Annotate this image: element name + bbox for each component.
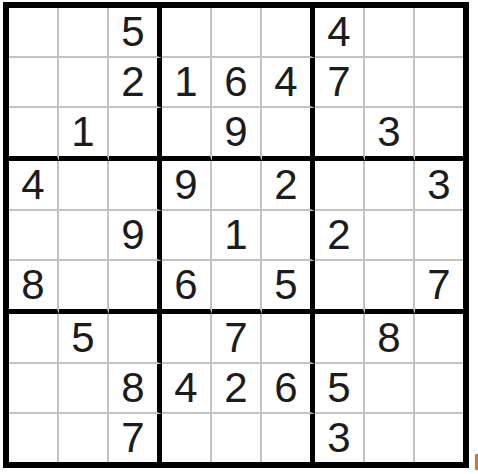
cell-r8c6[interactable]: 6 xyxy=(262,364,315,414)
cell-r5c2[interactable] xyxy=(59,211,109,261)
cell-r2c1[interactable] xyxy=(9,58,59,108)
cell-r2c5[interactable]: 6 xyxy=(212,58,262,108)
cell-r1c6[interactable] xyxy=(262,8,315,58)
cell-r1c5[interactable] xyxy=(212,8,262,58)
cell-r9c4[interactable] xyxy=(162,414,212,462)
cell-r8c3[interactable]: 8 xyxy=(109,364,162,414)
cell-r4c6[interactable]: 2 xyxy=(262,161,315,211)
cell-r8c7[interactable]: 5 xyxy=(315,364,365,414)
cell-r9c9[interactable] xyxy=(415,414,463,462)
cell-r2c8[interactable] xyxy=(365,58,415,108)
cell-r1c9[interactable] xyxy=(415,8,463,58)
cell-r9c6[interactable] xyxy=(262,414,315,462)
cell-r5c9[interactable] xyxy=(415,211,463,261)
cell-r5c7[interactable]: 2 xyxy=(315,211,365,261)
cell-r3c8[interactable]: 3 xyxy=(365,108,415,161)
cell-r7c6[interactable] xyxy=(262,314,315,364)
cell-r2c2[interactable] xyxy=(59,58,109,108)
cell-r4c7[interactable] xyxy=(315,161,365,211)
cell-r7c8[interactable]: 8 xyxy=(365,314,415,364)
cell-r7c9[interactable] xyxy=(415,314,463,364)
cell-r9c1[interactable] xyxy=(9,414,59,462)
cell-r4c3[interactable] xyxy=(109,161,162,211)
cell-r5c5[interactable]: 1 xyxy=(212,211,262,261)
cell-r7c5[interactable]: 7 xyxy=(212,314,262,364)
cell-r6c3[interactable] xyxy=(109,261,162,314)
cell-r7c2[interactable]: 5 xyxy=(59,314,109,364)
cell-r5c8[interactable] xyxy=(365,211,415,261)
cell-r1c8[interactable] xyxy=(365,8,415,58)
cell-r9c7[interactable]: 3 xyxy=(315,414,365,462)
cell-r9c5[interactable] xyxy=(212,414,262,462)
cell-r3c9[interactable] xyxy=(415,108,463,161)
cell-r2c9[interactable] xyxy=(415,58,463,108)
cell-r3c3[interactable] xyxy=(109,108,162,161)
cell-r2c3[interactable]: 2 xyxy=(109,58,162,108)
cell-r3c1[interactable] xyxy=(9,108,59,161)
cell-r4c5[interactable] xyxy=(212,161,262,211)
cell-r1c7[interactable]: 4 xyxy=(315,8,365,58)
cell-r6c5[interactable] xyxy=(212,261,262,314)
cell-r6c8[interactable] xyxy=(365,261,415,314)
cell-r7c1[interactable] xyxy=(9,314,59,364)
cell-r2c7[interactable]: 7 xyxy=(315,58,365,108)
cell-r4c8[interactable] xyxy=(365,161,415,211)
cell-r8c1[interactable] xyxy=(9,364,59,414)
cell-r8c4[interactable]: 4 xyxy=(162,364,212,414)
cell-r7c7[interactable] xyxy=(315,314,365,364)
cell-r4c1[interactable]: 4 xyxy=(9,161,59,211)
cell-r1c4[interactable] xyxy=(162,8,212,58)
cell-r1c3[interactable]: 5 xyxy=(109,8,162,58)
cell-r5c1[interactable] xyxy=(9,211,59,261)
cell-r4c9[interactable]: 3 xyxy=(415,161,463,211)
cell-r5c6[interactable] xyxy=(262,211,315,261)
cell-r5c4[interactable] xyxy=(162,211,212,261)
sudoku-page: 5421647193492391286575788426573 xyxy=(0,0,478,474)
cell-r6c7[interactable] xyxy=(315,261,365,314)
cell-r3c7[interactable] xyxy=(315,108,365,161)
cell-r7c3[interactable] xyxy=(109,314,162,364)
cell-r6c6[interactable]: 5 xyxy=(262,261,315,314)
cell-r9c2[interactable] xyxy=(59,414,109,462)
cell-r6c1[interactable]: 8 xyxy=(9,261,59,314)
cell-r3c6[interactable] xyxy=(262,108,315,161)
cell-r7c4[interactable] xyxy=(162,314,212,364)
cell-r3c5[interactable]: 9 xyxy=(212,108,262,161)
cell-r3c4[interactable] xyxy=(162,108,212,161)
cell-r3c2[interactable]: 1 xyxy=(59,108,109,161)
cell-r8c2[interactable] xyxy=(59,364,109,414)
cell-r8c9[interactable] xyxy=(415,364,463,414)
cell-r6c2[interactable] xyxy=(59,261,109,314)
cell-r6c4[interactable]: 6 xyxy=(162,261,212,314)
cell-r2c6[interactable]: 4 xyxy=(262,58,315,108)
cell-r4c2[interactable] xyxy=(59,161,109,211)
cell-r8c8[interactable] xyxy=(365,364,415,414)
sudoku-board: 5421647193492391286575788426573 xyxy=(3,2,469,468)
cell-r9c3[interactable]: 7 xyxy=(109,414,162,462)
cell-r4c4[interactable]: 9 xyxy=(162,161,212,211)
cell-r8c5[interactable]: 2 xyxy=(212,364,262,414)
cell-r9c8[interactable] xyxy=(365,414,415,462)
cell-r2c4[interactable]: 1 xyxy=(162,58,212,108)
cell-r1c2[interactable] xyxy=(59,8,109,58)
cell-r6c9[interactable]: 7 xyxy=(415,261,463,314)
cell-r1c1[interactable] xyxy=(9,8,59,58)
cell-r5c3[interactable]: 9 xyxy=(109,211,162,261)
